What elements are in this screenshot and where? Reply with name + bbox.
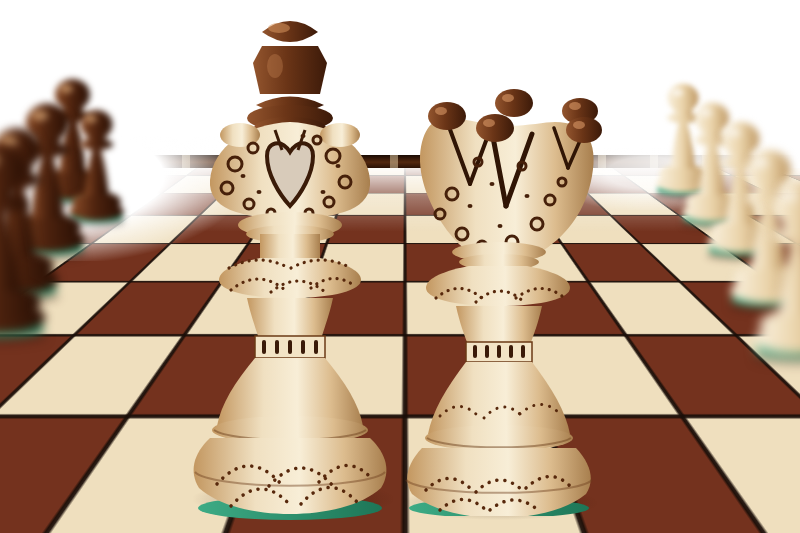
black-pawn-figure — [0, 128, 51, 346]
black-pawn — [0, 128, 51, 346]
white-pawn-figure — [750, 166, 800, 366]
white-pawn — [750, 166, 800, 366]
chess-set-photo-scene — [0, 0, 800, 533]
white-queen — [392, 76, 604, 516]
white-king-figure — [183, 6, 397, 522]
white-king — [183, 6, 397, 522]
white-queen-figure — [392, 76, 604, 516]
